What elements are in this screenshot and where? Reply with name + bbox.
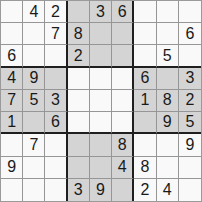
cell-r5c8[interactable]: 8 <box>157 90 179 112</box>
cell-r4c8[interactable] <box>157 68 179 90</box>
cell-r1c5[interactable]: 3 <box>90 1 112 23</box>
cell-r9c1[interactable] <box>1 179 23 201</box>
cell-r3c5[interactable] <box>90 45 112 67</box>
cell-r3c7[interactable] <box>134 45 156 67</box>
cell-r9c4[interactable]: 3 <box>68 179 90 201</box>
cell-r1c2[interactable]: 4 <box>23 1 45 23</box>
cell-r7c2[interactable]: 7 <box>23 134 45 156</box>
cell-r1c8[interactable] <box>157 1 179 23</box>
cell-r4c2[interactable]: 9 <box>23 68 45 90</box>
cell-r9c5[interactable]: 9 <box>90 179 112 201</box>
cell-r9c9[interactable] <box>179 179 201 201</box>
cell-r2c3[interactable]: 7 <box>45 23 67 45</box>
cell-r6c5[interactable] <box>90 112 112 134</box>
cell-r9c8[interactable]: 4 <box>157 179 179 201</box>
cell-r5c3[interactable]: 3 <box>45 90 67 112</box>
cell-r6c8[interactable]: 9 <box>157 112 179 134</box>
cell-r7c7[interactable] <box>134 134 156 156</box>
cell-r3c1[interactable]: 6 <box>1 45 23 67</box>
cell-r6c9[interactable]: 5 <box>179 112 201 134</box>
cell-r1c4[interactable] <box>68 1 90 23</box>
cell-r8c3[interactable] <box>45 157 67 179</box>
cell-r5c2[interactable]: 5 <box>23 90 45 112</box>
cell-r2c9[interactable]: 6 <box>179 23 201 45</box>
cell-r4c5[interactable] <box>90 68 112 90</box>
cell-r6c2[interactable] <box>23 112 45 134</box>
cell-r8c1[interactable]: 9 <box>1 157 23 179</box>
cell-r2c6[interactable] <box>112 23 134 45</box>
cell-r7c5[interactable] <box>90 134 112 156</box>
cell-r3c3[interactable] <box>45 45 67 67</box>
cell-r8c7[interactable]: 8 <box>134 157 156 179</box>
cell-r2c2[interactable] <box>23 23 45 45</box>
cell-r8c5[interactable] <box>90 157 112 179</box>
cell-r3c6[interactable] <box>112 45 134 67</box>
cell-r4c9[interactable]: 3 <box>179 68 201 90</box>
cell-r8c9[interactable] <box>179 157 201 179</box>
cell-r2c1[interactable] <box>1 23 23 45</box>
cell-r8c8[interactable] <box>157 157 179 179</box>
cell-r3c2[interactable] <box>23 45 45 67</box>
cell-r9c7[interactable]: 2 <box>134 179 156 201</box>
cell-r7c1[interactable] <box>1 134 23 156</box>
cell-r3c8[interactable]: 5 <box>157 45 179 67</box>
cell-r2c4[interactable]: 8 <box>68 23 90 45</box>
cell-r5c5[interactable] <box>90 90 112 112</box>
cell-r1c7[interactable] <box>134 1 156 23</box>
cell-r4c7[interactable]: 6 <box>134 68 156 90</box>
cell-r4c1[interactable]: 4 <box>1 68 23 90</box>
cell-r2c7[interactable] <box>134 23 156 45</box>
cell-r4c6[interactable] <box>112 68 134 90</box>
cell-r6c1[interactable]: 1 <box>1 112 23 134</box>
cell-r5c7[interactable]: 1 <box>134 90 156 112</box>
cell-r7c8[interactable] <box>157 134 179 156</box>
sudoku-board: 4236786625496375318216957899483924 <box>0 0 202 202</box>
cell-r5c4[interactable] <box>68 90 90 112</box>
cell-r7c6[interactable]: 8 <box>112 134 134 156</box>
cell-r3c9[interactable] <box>179 45 201 67</box>
cell-r7c4[interactable] <box>68 134 90 156</box>
cell-r6c3[interactable]: 6 <box>45 112 67 134</box>
cell-r6c6[interactable] <box>112 112 134 134</box>
cell-r8c6[interactable]: 4 <box>112 157 134 179</box>
cell-r1c1[interactable] <box>1 1 23 23</box>
cell-r1c6[interactable]: 6 <box>112 1 134 23</box>
cell-r7c9[interactable]: 9 <box>179 134 201 156</box>
cell-r2c5[interactable] <box>90 23 112 45</box>
cell-r2c8[interactable] <box>157 23 179 45</box>
cell-r4c4[interactable] <box>68 68 90 90</box>
cell-r1c9[interactable] <box>179 1 201 23</box>
cell-r5c1[interactable]: 7 <box>1 90 23 112</box>
cell-r9c2[interactable] <box>23 179 45 201</box>
cell-r5c6[interactable] <box>112 90 134 112</box>
cell-r6c4[interactable] <box>68 112 90 134</box>
cell-r3c4[interactable]: 2 <box>68 45 90 67</box>
cell-r1c3[interactable]: 2 <box>45 1 67 23</box>
cell-r9c6[interactable] <box>112 179 134 201</box>
cell-r4c3[interactable] <box>45 68 67 90</box>
cell-r6c7[interactable] <box>134 112 156 134</box>
cell-r8c4[interactable] <box>68 157 90 179</box>
cell-r7c3[interactable] <box>45 134 67 156</box>
cell-r5c9[interactable]: 2 <box>179 90 201 112</box>
cell-r9c3[interactable] <box>45 179 67 201</box>
cell-r8c2[interactable] <box>23 157 45 179</box>
